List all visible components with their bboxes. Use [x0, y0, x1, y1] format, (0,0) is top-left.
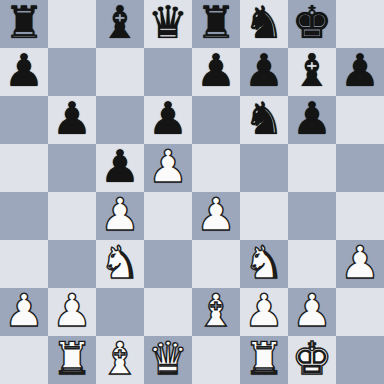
piece-white-pawn: ♟ — [244, 288, 284, 335]
square-b8[interactable] — [48, 0, 96, 48]
square-e7[interactable]: ♟ — [192, 48, 240, 96]
square-f2[interactable]: ♟ — [240, 288, 288, 336]
piece-white-king: ♚ — [292, 336, 332, 383]
square-h4[interactable] — [336, 192, 384, 240]
square-d4[interactable] — [144, 192, 192, 240]
square-b4[interactable] — [48, 192, 96, 240]
square-h5[interactable] — [336, 144, 384, 192]
piece-black-knight: ♞ — [244, 96, 284, 143]
square-a3[interactable] — [0, 240, 48, 288]
square-d2[interactable] — [144, 288, 192, 336]
square-b1[interactable]: ♜ — [48, 336, 96, 384]
square-e8[interactable]: ♜ — [192, 0, 240, 48]
square-a8[interactable]: ♜ — [0, 0, 48, 48]
piece-black-queen: ♛ — [148, 0, 188, 47]
square-g3[interactable] — [288, 240, 336, 288]
square-a4[interactable] — [0, 192, 48, 240]
square-b5[interactable] — [48, 144, 96, 192]
piece-black-pawn: ♟ — [292, 96, 332, 143]
piece-black-pawn: ♟ — [52, 96, 92, 143]
square-h1[interactable] — [336, 336, 384, 384]
square-h8[interactable] — [336, 0, 384, 48]
piece-black-pawn: ♟ — [4, 48, 44, 95]
square-c6[interactable] — [96, 96, 144, 144]
square-a1[interactable] — [0, 336, 48, 384]
square-b3[interactable] — [48, 240, 96, 288]
square-e4[interactable]: ♟ — [192, 192, 240, 240]
square-g4[interactable] — [288, 192, 336, 240]
square-c8[interactable]: ♝ — [96, 0, 144, 48]
square-a6[interactable] — [0, 96, 48, 144]
piece-black-rook: ♜ — [196, 0, 236, 47]
piece-black-bishop: ♝ — [292, 48, 332, 95]
piece-white-pawn: ♟ — [148, 144, 188, 191]
piece-black-pawn: ♟ — [100, 144, 140, 191]
piece-white-bishop: ♝ — [100, 336, 140, 383]
square-e3[interactable] — [192, 240, 240, 288]
piece-black-pawn: ♟ — [340, 48, 380, 95]
square-d6[interactable]: ♟ — [144, 96, 192, 144]
piece-black-bishop: ♝ — [100, 0, 140, 47]
square-d3[interactable] — [144, 240, 192, 288]
piece-white-pawn: ♟ — [52, 288, 92, 335]
square-b7[interactable] — [48, 48, 96, 96]
square-c5[interactable]: ♟ — [96, 144, 144, 192]
chess-board-window: ♜♝♛♜♞♚♟♟♟♝♟♟♟♞♟♟♟♟♟♞♞♟♟♟♝♟♟♜♝♛♜♚ — [0, 0, 384, 384]
chess-board: ♜♝♛♜♞♚♟♟♟♝♟♟♟♞♟♟♟♟♟♞♞♟♟♟♝♟♟♜♝♛♜♚ — [0, 0, 384, 384]
piece-black-pawn: ♟ — [148, 96, 188, 143]
square-f5[interactable] — [240, 144, 288, 192]
square-d8[interactable]: ♛ — [144, 0, 192, 48]
square-g6[interactable]: ♟ — [288, 96, 336, 144]
square-g1[interactable]: ♚ — [288, 336, 336, 384]
piece-black-knight: ♞ — [244, 0, 284, 47]
piece-white-rook: ♜ — [244, 336, 284, 383]
square-f6[interactable]: ♞ — [240, 96, 288, 144]
square-h3[interactable]: ♟ — [336, 240, 384, 288]
piece-white-bishop: ♝ — [196, 288, 236, 335]
square-d7[interactable] — [144, 48, 192, 96]
square-e5[interactable] — [192, 144, 240, 192]
square-f7[interactable]: ♟ — [240, 48, 288, 96]
square-g5[interactable] — [288, 144, 336, 192]
piece-white-rook: ♜ — [52, 336, 92, 383]
square-b6[interactable]: ♟ — [48, 96, 96, 144]
square-c4[interactable]: ♟ — [96, 192, 144, 240]
square-e1[interactable] — [192, 336, 240, 384]
square-d5[interactable]: ♟ — [144, 144, 192, 192]
square-c2[interactable] — [96, 288, 144, 336]
square-h6[interactable] — [336, 96, 384, 144]
square-f8[interactable]: ♞ — [240, 0, 288, 48]
piece-white-pawn: ♟ — [100, 192, 140, 239]
square-e6[interactable] — [192, 96, 240, 144]
square-h7[interactable]: ♟ — [336, 48, 384, 96]
piece-white-queen: ♛ — [148, 336, 188, 383]
square-f4[interactable] — [240, 192, 288, 240]
piece-white-knight: ♞ — [244, 240, 284, 287]
square-g7[interactable]: ♝ — [288, 48, 336, 96]
square-f3[interactable]: ♞ — [240, 240, 288, 288]
square-a7[interactable]: ♟ — [0, 48, 48, 96]
square-c7[interactable] — [96, 48, 144, 96]
square-a5[interactable] — [0, 144, 48, 192]
piece-white-knight: ♞ — [100, 240, 140, 287]
square-e2[interactable]: ♝ — [192, 288, 240, 336]
piece-black-pawn: ♟ — [244, 48, 284, 95]
piece-black-king: ♚ — [292, 0, 332, 47]
square-b2[interactable]: ♟ — [48, 288, 96, 336]
square-a2[interactable]: ♟ — [0, 288, 48, 336]
piece-white-pawn: ♟ — [340, 240, 380, 287]
square-g8[interactable]: ♚ — [288, 0, 336, 48]
piece-white-pawn: ♟ — [196, 192, 236, 239]
square-f1[interactable]: ♜ — [240, 336, 288, 384]
square-h2[interactable] — [336, 288, 384, 336]
piece-white-pawn: ♟ — [292, 288, 332, 335]
piece-black-pawn: ♟ — [196, 48, 236, 95]
piece-white-pawn: ♟ — [4, 288, 44, 335]
square-d1[interactable]: ♛ — [144, 336, 192, 384]
square-c1[interactable]: ♝ — [96, 336, 144, 384]
piece-black-rook: ♜ — [4, 0, 44, 47]
square-c3[interactable]: ♞ — [96, 240, 144, 288]
square-g2[interactable]: ♟ — [288, 288, 336, 336]
